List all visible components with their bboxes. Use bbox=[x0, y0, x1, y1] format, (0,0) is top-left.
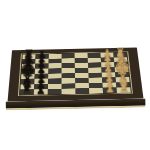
chess-piece-black-pawn[interactable]: ♟ bbox=[36, 85, 46, 96]
product-photo: ♜♟♟♜♞♟♟♞♝♟♟♝♛♟♟♛♚♟♟♚♝♟♟♝♞♟♟♞♜♟♟♜ bbox=[0, 0, 150, 150]
board-square-g3[interactable] bbox=[89, 83, 103, 89]
board-square-h6[interactable] bbox=[48, 89, 62, 95]
board-square-g4[interactable] bbox=[75, 83, 89, 89]
chess-board: ♜♟♟♜♞♟♟♞♝♟♟♝♛♟♟♛♚♟♟♚♝♟♟♝♞♟♟♞♜♟♟♜ bbox=[0, 0, 150, 150]
board-square-h1[interactable]: ♜ bbox=[117, 87, 131, 93]
board-front-edge bbox=[6, 99, 146, 111]
board-squares: ♜♟♟♜♞♟♟♞♝♟♟♝♛♟♟♛♚♟♟♚♝♟♟♝♞♟♟♞♜♟♟♜ bbox=[20, 52, 131, 95]
chess-piece-black-rook[interactable]: ♜ bbox=[21, 83, 32, 95]
board-square-h7[interactable]: ♟ bbox=[34, 89, 48, 95]
chess-piece-white-pawn[interactable]: ♟ bbox=[105, 83, 115, 94]
board-square-h4[interactable] bbox=[75, 88, 89, 94]
board-square-h3[interactable] bbox=[89, 88, 103, 94]
board-square-h8[interactable]: ♜ bbox=[20, 89, 34, 95]
board-surface: ♜♟♟♜♞♟♟♞♝♟♟♝♛♟♟♛♚♟♟♚♝♟♟♝♞♟♟♞♜♟♟♜ bbox=[8, 48, 144, 102]
chess-piece-white-rook[interactable]: ♜ bbox=[118, 81, 129, 93]
board-square-h5[interactable] bbox=[62, 89, 76, 95]
board-square-h2[interactable]: ♟ bbox=[103, 88, 117, 94]
